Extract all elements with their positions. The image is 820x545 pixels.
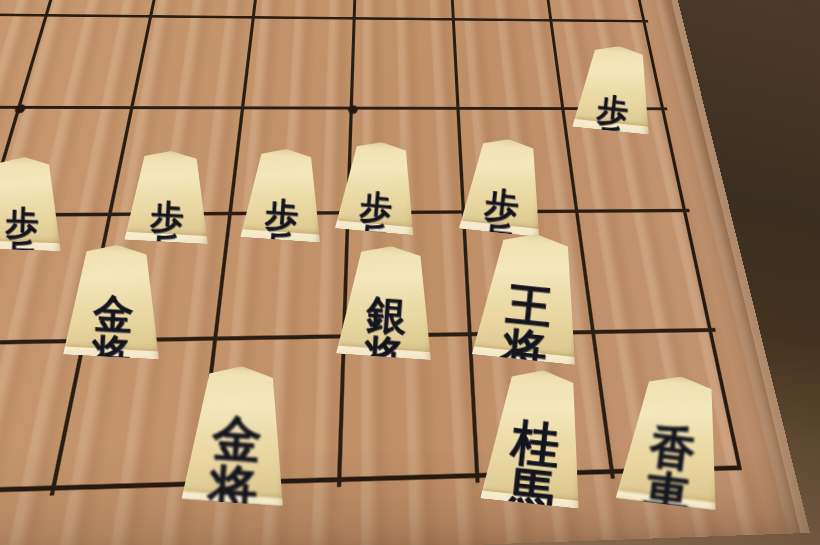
piece-kanji: 歩 [5, 206, 39, 240]
square-3e[interactable] [356, 0, 455, 21]
square-3f[interactable] [353, 20, 460, 110]
square-1e[interactable] [542, 0, 648, 22]
square-5e[interactable] [152, 0, 264, 19]
shogi-board-photo: 歩兵歩兵歩兵歩兵歩兵歩兵金将銀将王将金将桂馬香車 [0, 0, 820, 545]
square-2e[interactable] [451, 0, 553, 22]
square-2f[interactable] [455, 21, 565, 110]
square-6e[interactable] [47, 0, 168, 18]
square-4f[interactable] [244, 19, 356, 110]
square-4e[interactable] [255, 0, 358, 20]
square-1h[interactable] [579, 212, 716, 334]
square-5f[interactable] [133, 18, 254, 110]
